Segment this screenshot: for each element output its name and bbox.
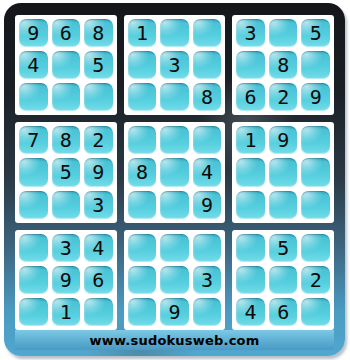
- cell-r2c5[interactable]: 3: [160, 51, 189, 79]
- cell-r7c8[interactable]: 5: [269, 234, 298, 262]
- cell-r4c2[interactable]: 8: [52, 126, 81, 154]
- box-8: 39: [124, 230, 226, 330]
- cell-r7c2[interactable]: 3: [52, 234, 81, 262]
- cell-r6c1[interactable]: [19, 191, 48, 219]
- cell-r7c6[interactable]: [193, 234, 222, 262]
- cell-r7c7[interactable]: [236, 234, 265, 262]
- cell-r9c3[interactable]: [84, 298, 113, 326]
- cell-r6c8[interactable]: [269, 191, 298, 219]
- cell-r8c9[interactable]: 2: [301, 266, 330, 294]
- cell-r4c5[interactable]: [160, 126, 189, 154]
- cell-r4c6[interactable]: [193, 126, 222, 154]
- cell-r1c5[interactable]: [160, 19, 189, 47]
- cell-r3c3[interactable]: [84, 83, 113, 111]
- cell-r4c8[interactable]: 9: [269, 126, 298, 154]
- cell-r8c5[interactable]: [160, 266, 189, 294]
- cell-r6c5[interactable]: [160, 191, 189, 219]
- cell-r3c6[interactable]: 8: [193, 83, 222, 111]
- cell-r3c7[interactable]: 6: [236, 83, 265, 111]
- cell-r5c8[interactable]: [269, 158, 298, 186]
- cell-r9c8[interactable]: 6: [269, 298, 298, 326]
- cell-r6c4[interactable]: [128, 191, 157, 219]
- cell-r4c1[interactable]: 7: [19, 126, 48, 154]
- box-5: 849: [124, 122, 226, 222]
- cell-r7c4[interactable]: [128, 234, 157, 262]
- cell-r7c9[interactable]: [301, 234, 330, 262]
- cell-r9c5[interactable]: 9: [160, 298, 189, 326]
- cell-r1c7[interactable]: 3: [236, 19, 265, 47]
- sudoku-app: 968451383586297825938491934961395246 www…: [0, 0, 350, 360]
- cell-r2c1[interactable]: 4: [19, 51, 48, 79]
- box-7: 34961: [15, 230, 117, 330]
- cell-r9c4[interactable]: [128, 298, 157, 326]
- cell-r5c3[interactable]: 9: [84, 158, 113, 186]
- cell-r7c1[interactable]: [19, 234, 48, 262]
- cell-r1c4[interactable]: 1: [128, 19, 157, 47]
- box-6: 19: [232, 122, 334, 222]
- cell-r1c1[interactable]: 9: [19, 19, 48, 47]
- board-frame: 968451383586297825938491934961395246 www…: [4, 3, 345, 356]
- cell-r6c2[interactable]: [52, 191, 81, 219]
- cell-r8c7[interactable]: [236, 266, 265, 294]
- cell-r3c1[interactable]: [19, 83, 48, 111]
- box-4: 782593: [15, 122, 117, 222]
- cell-r7c5[interactable]: [160, 234, 189, 262]
- cell-r2c3[interactable]: 5: [84, 51, 113, 79]
- cell-r1c9[interactable]: 5: [301, 19, 330, 47]
- cell-r8c8[interactable]: [269, 266, 298, 294]
- cell-r4c9[interactable]: [301, 126, 330, 154]
- cell-r6c3[interactable]: 3: [84, 191, 113, 219]
- box-2: 138: [124, 15, 226, 115]
- cell-r8c2[interactable]: 9: [52, 266, 81, 294]
- cell-r4c3[interactable]: 2: [84, 126, 113, 154]
- cell-r2c6[interactable]: [193, 51, 222, 79]
- cell-r3c8[interactable]: 2: [269, 83, 298, 111]
- cell-r8c4[interactable]: [128, 266, 157, 294]
- cell-r4c4[interactable]: [128, 126, 157, 154]
- cell-r2c8[interactable]: 8: [269, 51, 298, 79]
- cell-r2c2[interactable]: [52, 51, 81, 79]
- cell-r9c2[interactable]: 1: [52, 298, 81, 326]
- cell-r3c5[interactable]: [160, 83, 189, 111]
- cell-r1c3[interactable]: 8: [84, 19, 113, 47]
- box-1: 96845: [15, 15, 117, 115]
- box-3: 358629: [232, 15, 334, 115]
- cell-r5c9[interactable]: [301, 158, 330, 186]
- cell-r2c4[interactable]: [128, 51, 157, 79]
- cell-r9c7[interactable]: 4: [236, 298, 265, 326]
- cell-r9c6[interactable]: [193, 298, 222, 326]
- cell-r6c7[interactable]: [236, 191, 265, 219]
- box-9: 5246: [232, 230, 334, 330]
- cell-r6c6[interactable]: 9: [193, 191, 222, 219]
- cell-r4c7[interactable]: 1: [236, 126, 265, 154]
- sudoku-board: 968451383586297825938491934961395246: [15, 15, 334, 330]
- cell-r2c9[interactable]: [301, 51, 330, 79]
- cell-r8c6[interactable]: 3: [193, 266, 222, 294]
- cell-r1c8[interactable]: [269, 19, 298, 47]
- cell-r3c4[interactable]: [128, 83, 157, 111]
- cell-r7c3[interactable]: 4: [84, 234, 113, 262]
- site-url-link[interactable]: www.sudokusweb.com: [90, 333, 260, 348]
- cell-r9c9[interactable]: [301, 298, 330, 326]
- cell-r6c9[interactable]: [301, 191, 330, 219]
- cell-r5c5[interactable]: [160, 158, 189, 186]
- cell-r5c7[interactable]: [236, 158, 265, 186]
- cell-r5c6[interactable]: 4: [193, 158, 222, 186]
- cell-r8c3[interactable]: 6: [84, 266, 113, 294]
- cell-r1c2[interactable]: 6: [52, 19, 81, 47]
- cell-r3c9[interactable]: 9: [301, 83, 330, 111]
- footer-bar: www.sudokusweb.com: [15, 330, 334, 350]
- cell-r1c6[interactable]: [193, 19, 222, 47]
- cell-r2c7[interactable]: [236, 51, 265, 79]
- cell-r8c1[interactable]: [19, 266, 48, 294]
- cell-r9c1[interactable]: [19, 298, 48, 326]
- cell-r5c2[interactable]: 5: [52, 158, 81, 186]
- cell-r5c1[interactable]: [19, 158, 48, 186]
- cell-r3c2[interactable]: [52, 83, 81, 111]
- cell-r5c4[interactable]: 8: [128, 158, 157, 186]
